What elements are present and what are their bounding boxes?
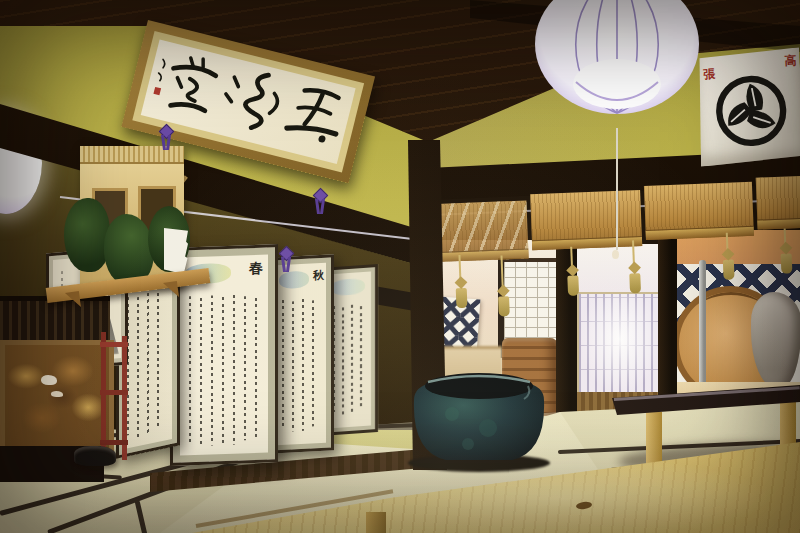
warm-cast: [0, 0, 800, 533]
photo-japanese-room: 秋 春 夏: [0, 0, 800, 533]
